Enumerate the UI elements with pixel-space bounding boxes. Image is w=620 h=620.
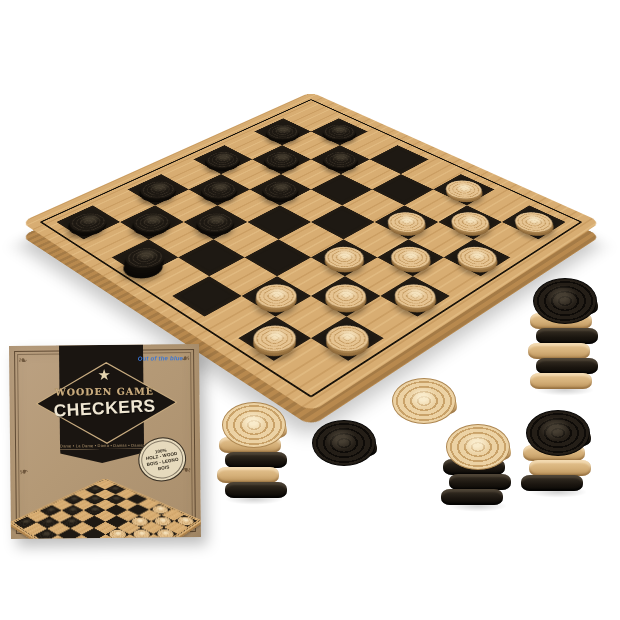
box-board-photo bbox=[36, 452, 175, 539]
checker-piece-black[interactable] bbox=[441, 489, 503, 505]
stack-center[interactable] bbox=[446, 424, 510, 505]
box-board-photo-face bbox=[9, 478, 201, 539]
checker-piece-wood[interactable] bbox=[530, 373, 592, 389]
corner-flourish-icon: ❧ bbox=[19, 464, 33, 478]
checker-piece-black[interactable] bbox=[225, 452, 287, 468]
corner-flourish-icon: ❧ bbox=[18, 354, 32, 368]
checker-piece-wood[interactable] bbox=[217, 467, 279, 483]
checker-top-face-black bbox=[312, 420, 376, 466]
checker-piece-black[interactable] bbox=[521, 475, 583, 491]
checker-top-face-black bbox=[526, 410, 590, 456]
product-photo-scene: ❧ ❧ ❧ ❧ ★ WOODEN GAME CHECKERS Dame • La… bbox=[0, 0, 620, 620]
checker-top-face-black bbox=[533, 278, 597, 324]
checker-top-face-wood bbox=[446, 424, 510, 470]
stack-right[interactable] bbox=[526, 410, 590, 491]
checker-piece-black[interactable] bbox=[449, 474, 511, 490]
single-black-piece[interactable] bbox=[312, 420, 376, 456]
star-icon: ★ bbox=[9, 366, 199, 383]
stack-left[interactable] bbox=[222, 402, 286, 498]
single-wood-piece[interactable] bbox=[392, 378, 456, 414]
board-grid bbox=[56, 106, 565, 385]
checker-piece-black[interactable] bbox=[225, 482, 287, 498]
checker-piece-wood[interactable] bbox=[528, 343, 590, 359]
box-language-list: Dame • La Dame • Dama • Damas • Damspiel bbox=[60, 443, 144, 449]
box-board-photo-grid bbox=[14, 480, 197, 539]
brand-logo: Out of the blue bbox=[138, 355, 183, 361]
checker-piece-black[interactable] bbox=[536, 328, 598, 344]
stack-tall-right[interactable] bbox=[533, 278, 597, 389]
product-box[interactable]: ❧ ❧ ❧ ❧ ★ WOODEN GAME CHECKERS Dame • La… bbox=[9, 344, 201, 539]
checker-top-face-wood bbox=[392, 378, 456, 424]
checker-piece-black[interactable] bbox=[536, 358, 598, 374]
checker-piece-wood[interactable] bbox=[529, 460, 591, 476]
checker-top-face-wood bbox=[222, 402, 286, 448]
